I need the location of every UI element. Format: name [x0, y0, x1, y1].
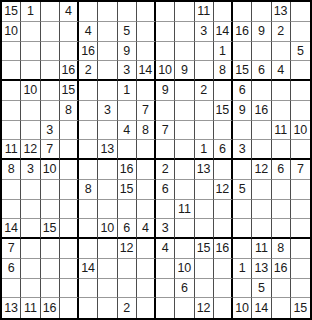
- empty-cell-r2c2[interactable]: [21, 22, 40, 42]
- given-cell-r13c9: 4: [156, 239, 175, 259]
- empty-cell-r16c9[interactable]: [156, 298, 175, 318]
- sudoku-board: 1514111310453141692169151623141098156410…: [0, 0, 312, 320]
- empty-cell-r11c7[interactable]: [118, 200, 137, 220]
- empty-cell-r15c3[interactable]: [41, 279, 60, 299]
- given-cell-r7c3: 3: [41, 121, 60, 141]
- empty-cell-r12c4[interactable]: [60, 219, 79, 239]
- empty-cell-r2c10[interactable]: [175, 22, 194, 42]
- empty-cell-r15c5[interactable]: [79, 279, 98, 299]
- empty-cell-r13c16[interactable]: [291, 239, 310, 259]
- given-cell-r7c9: 7: [156, 121, 175, 141]
- empty-cell-r3c9[interactable]: [156, 42, 175, 62]
- empty-cell-r2c9[interactable]: [156, 22, 175, 42]
- given-cell-r4c10: 9: [175, 61, 194, 81]
- given-cell-r7c15: 11: [272, 121, 291, 141]
- given-cell-r2c12: 14: [214, 22, 233, 42]
- empty-cell-r16c4[interactable]: [60, 298, 79, 318]
- empty-cell-r12c11[interactable]: [195, 219, 214, 239]
- empty-cell-r13c4[interactable]: [60, 239, 79, 259]
- empty-cell-r13c6[interactable]: [98, 239, 117, 259]
- given-cell-r12c9: 3: [156, 219, 175, 239]
- empty-cell-r1c8[interactable]: [137, 2, 156, 22]
- empty-cell-r6c10[interactable]: [175, 101, 194, 121]
- given-cell-r6c8: 7: [137, 101, 156, 121]
- given-cell-r6c12: 15: [214, 101, 233, 121]
- empty-cell-r10c3[interactable]: [41, 180, 60, 200]
- empty-cell-r7c10[interactable]: [175, 121, 194, 141]
- empty-cell-r5c5[interactable]: [79, 81, 98, 101]
- given-cell-r13c15: 8: [272, 239, 291, 259]
- empty-cell-r7c6[interactable]: [98, 121, 117, 141]
- empty-cell-r7c2[interactable]: [21, 121, 40, 141]
- empty-cell-r5c16[interactable]: [291, 81, 310, 101]
- empty-cell-r4c3[interactable]: [41, 61, 60, 81]
- empty-cell-r16c8[interactable]: [137, 298, 156, 318]
- given-cell-r12c3: 15: [41, 219, 60, 239]
- given-cell-r10c12: 12: [214, 180, 233, 200]
- given-cell-r15c10: 6: [175, 279, 194, 299]
- given-cell-r10c5: 8: [79, 180, 98, 200]
- empty-cell-r3c14[interactable]: [252, 42, 271, 62]
- given-cell-r14c13: 1: [233, 259, 252, 279]
- given-cell-r5c13: 6: [233, 81, 252, 101]
- empty-cell-r14c11[interactable]: [195, 259, 214, 279]
- given-cell-r7c8: 8: [137, 121, 156, 141]
- given-cell-r8c13: 3: [233, 140, 252, 160]
- empty-cell-r15c9[interactable]: [156, 279, 175, 299]
- given-cell-r3c5: 16: [79, 42, 98, 62]
- empty-cell-r3c11[interactable]: [195, 42, 214, 62]
- empty-cell-r15c13[interactable]: [233, 279, 252, 299]
- empty-cell-r7c13[interactable]: [233, 121, 252, 141]
- empty-cell-r4c11[interactable]: [195, 61, 214, 81]
- empty-cell-r9c10[interactable]: [175, 160, 194, 180]
- given-cell-r4c8: 14: [137, 61, 156, 81]
- empty-cell-r8c16[interactable]: [291, 140, 310, 160]
- given-cell-r14c1: 6: [2, 259, 21, 279]
- empty-cell-r16c6[interactable]: [98, 298, 117, 318]
- given-cell-r15c14: 5: [252, 279, 271, 299]
- empty-cell-r15c15[interactable]: [272, 279, 291, 299]
- empty-cell-r5c1[interactable]: [2, 81, 21, 101]
- empty-cell-r11c4[interactable]: [60, 200, 79, 220]
- empty-cell-r2c6[interactable]: [98, 22, 117, 42]
- empty-cell-r11c15[interactable]: [272, 200, 291, 220]
- given-cell-r9c3: 10: [41, 160, 60, 180]
- given-cell-r9c9: 2: [156, 160, 175, 180]
- empty-cell-r4c6[interactable]: [98, 61, 117, 81]
- empty-cell-r1c5[interactable]: [79, 2, 98, 22]
- empty-cell-r14c12[interactable]: [214, 259, 233, 279]
- given-cell-r13c1: 7: [2, 239, 21, 259]
- empty-cell-r3c13[interactable]: [233, 42, 252, 62]
- empty-cell-r10c8[interactable]: [137, 180, 156, 200]
- given-cell-r5c2: 10: [21, 81, 40, 101]
- given-cell-r16c16: 15: [291, 298, 310, 318]
- empty-cell-r8c8[interactable]: [137, 140, 156, 160]
- empty-cell-r10c4[interactable]: [60, 180, 79, 200]
- empty-cell-r1c13[interactable]: [233, 2, 252, 22]
- empty-cell-r15c1[interactable]: [2, 279, 21, 299]
- empty-cell-r12c15[interactable]: [272, 219, 291, 239]
- empty-cell-r1c9[interactable]: [156, 2, 175, 22]
- empty-cell-r10c1[interactable]: [2, 180, 21, 200]
- empty-cell-r15c12[interactable]: [214, 279, 233, 299]
- empty-cell-r8c9[interactable]: [156, 140, 175, 160]
- empty-cell-r6c11[interactable]: [195, 101, 214, 121]
- empty-cell-r8c15[interactable]: [272, 140, 291, 160]
- empty-cell-r11c2[interactable]: [21, 200, 40, 220]
- empty-cell-r2c4[interactable]: [60, 22, 79, 42]
- given-cell-r2c14: 9: [252, 22, 271, 42]
- empty-cell-r14c9[interactable]: [156, 259, 175, 279]
- given-cell-r2c1: 10: [2, 22, 21, 42]
- empty-cell-r6c3[interactable]: [41, 101, 60, 121]
- given-cell-r7c7: 4: [118, 121, 137, 141]
- empty-cell-r2c16[interactable]: [291, 22, 310, 42]
- given-cell-r1c4: 4: [60, 2, 79, 22]
- empty-cell-r13c2[interactable]: [21, 239, 40, 259]
- empty-cell-r13c10[interactable]: [175, 239, 194, 259]
- empty-cell-r7c1[interactable]: [2, 121, 21, 141]
- empty-cell-r3c3[interactable]: [41, 42, 60, 62]
- empty-cell-r10c11[interactable]: [195, 180, 214, 200]
- empty-cell-r16c15[interactable]: [272, 298, 291, 318]
- empty-cell-r7c12[interactable]: [214, 121, 233, 141]
- empty-cell-r10c2[interactable]: [21, 180, 40, 200]
- given-cell-r16c3: 16: [41, 298, 60, 318]
- given-cell-r16c14: 14: [252, 298, 271, 318]
- given-cell-r10c13: 5: [233, 180, 252, 200]
- empty-cell-r12c5[interactable]: [79, 219, 98, 239]
- given-cell-r2c7: 5: [118, 22, 137, 42]
- given-cell-r9c16: 7: [291, 160, 310, 180]
- given-cell-r8c2: 12: [21, 140, 40, 160]
- empty-cell-r14c3[interactable]: [41, 259, 60, 279]
- empty-cell-r11c14[interactable]: [252, 200, 271, 220]
- given-cell-r1c1: 15: [2, 2, 21, 22]
- empty-cell-r14c16[interactable]: [291, 259, 310, 279]
- empty-cell-r4c1[interactable]: [2, 61, 21, 81]
- empty-cell-r8c14[interactable]: [252, 140, 271, 160]
- empty-cell-r12c2[interactable]: [21, 219, 40, 239]
- empty-cell-r8c4[interactable]: [60, 140, 79, 160]
- given-cell-r6c14: 16: [252, 101, 271, 121]
- empty-cell-r1c7[interactable]: [118, 2, 137, 22]
- given-cell-r10c9: 6: [156, 180, 175, 200]
- given-cell-r5c11: 2: [195, 81, 214, 101]
- given-cell-r11c10: 11: [175, 200, 194, 220]
- given-cell-r9c11: 13: [195, 160, 214, 180]
- empty-cell-r6c1[interactable]: [2, 101, 21, 121]
- empty-cell-r13c8[interactable]: [137, 239, 156, 259]
- empty-cell-r3c10[interactable]: [175, 42, 194, 62]
- given-cell-r3c7: 9: [118, 42, 137, 62]
- empty-cell-r15c2[interactable]: [21, 279, 40, 299]
- given-cell-r4c13: 15: [233, 61, 252, 81]
- given-cell-r1c15: 13: [272, 2, 291, 22]
- empty-cell-r6c2[interactable]: [21, 101, 40, 121]
- empty-cell-r12c13[interactable]: [233, 219, 252, 239]
- given-cell-r8c6: 13: [98, 140, 117, 160]
- empty-cell-r11c16[interactable]: [291, 200, 310, 220]
- empty-cell-r5c14[interactable]: [252, 81, 271, 101]
- empty-cell-r1c16[interactable]: [291, 2, 310, 22]
- given-cell-r4c5: 2: [79, 61, 98, 81]
- given-cell-r14c15: 16: [272, 259, 291, 279]
- given-cell-r6c6: 3: [98, 101, 117, 121]
- empty-cell-r6c7[interactable]: [118, 101, 137, 121]
- empty-cell-r1c10[interactable]: [175, 2, 194, 22]
- empty-cell-r3c1[interactable]: [2, 42, 21, 62]
- given-cell-r9c7: 16: [118, 160, 137, 180]
- empty-cell-r14c7[interactable]: [118, 259, 137, 279]
- empty-cell-r1c12[interactable]: [214, 2, 233, 22]
- given-cell-r16c13: 10: [233, 298, 252, 318]
- empty-cell-r15c8[interactable]: [137, 279, 156, 299]
- given-cell-r5c9: 9: [156, 81, 175, 101]
- given-cell-r12c1: 14: [2, 219, 21, 239]
- given-cell-r10c7: 15: [118, 180, 137, 200]
- given-cell-r16c2: 11: [21, 298, 40, 318]
- empty-cell-r8c5[interactable]: [79, 140, 98, 160]
- empty-cell-r3c8[interactable]: [137, 42, 156, 62]
- given-cell-r4c9: 10: [156, 61, 175, 81]
- empty-cell-r3c15[interactable]: [272, 42, 291, 62]
- given-cell-r14c5: 14: [79, 259, 98, 279]
- given-cell-r8c12: 6: [214, 140, 233, 160]
- empty-cell-r13c5[interactable]: [79, 239, 98, 259]
- empty-cell-r7c4[interactable]: [60, 121, 79, 141]
- given-cell-r1c11: 11: [195, 2, 214, 22]
- empty-cell-r11c13[interactable]: [233, 200, 252, 220]
- empty-cell-r6c16[interactable]: [291, 101, 310, 121]
- empty-cell-r14c6[interactable]: [98, 259, 117, 279]
- given-cell-r4c15: 4: [272, 61, 291, 81]
- empty-cell-r11c6[interactable]: [98, 200, 117, 220]
- empty-cell-r15c4[interactable]: [60, 279, 79, 299]
- empty-cell-r5c15[interactable]: [272, 81, 291, 101]
- empty-cell-r9c4[interactable]: [60, 160, 79, 180]
- empty-cell-r1c14[interactable]: [252, 2, 271, 22]
- empty-cell-r3c4[interactable]: [60, 42, 79, 62]
- given-cell-r6c4: 8: [60, 101, 79, 121]
- empty-cell-r4c2[interactable]: [21, 61, 40, 81]
- empty-cell-r11c9[interactable]: [156, 200, 175, 220]
- empty-cell-r6c15[interactable]: [272, 101, 291, 121]
- empty-cell-r12c12[interactable]: [214, 219, 233, 239]
- given-cell-r13c14: 11: [252, 239, 271, 259]
- given-cell-r6c13: 9: [233, 101, 252, 121]
- empty-cell-r12c14[interactable]: [252, 219, 271, 239]
- given-cell-r13c12: 16: [214, 239, 233, 259]
- empty-cell-r9c5[interactable]: [79, 160, 98, 180]
- given-cell-r9c14: 12: [252, 160, 271, 180]
- empty-cell-r11c11[interactable]: [195, 200, 214, 220]
- empty-cell-r8c7[interactable]: [118, 140, 137, 160]
- empty-cell-r14c4[interactable]: [60, 259, 79, 279]
- empty-cell-r11c12[interactable]: [214, 200, 233, 220]
- given-cell-r12c7: 6: [118, 219, 137, 239]
- empty-cell-r5c3[interactable]: [41, 81, 60, 101]
- empty-cell-r7c11[interactable]: [195, 121, 214, 141]
- empty-cell-r5c8[interactable]: [137, 81, 156, 101]
- empty-cell-r12c16[interactable]: [291, 219, 310, 239]
- empty-cell-r11c1[interactable]: [2, 200, 21, 220]
- given-cell-r8c11: 1: [195, 140, 214, 160]
- given-cell-r2c15: 2: [272, 22, 291, 42]
- given-cell-r14c10: 10: [175, 259, 194, 279]
- given-cell-r14c14: 13: [252, 259, 271, 279]
- empty-cell-r1c6[interactable]: [98, 2, 117, 22]
- given-cell-r16c1: 13: [2, 298, 21, 318]
- empty-cell-r16c10[interactable]: [175, 298, 194, 318]
- given-cell-r4c7: 3: [118, 61, 137, 81]
- given-cell-r2c13: 16: [233, 22, 252, 42]
- given-cell-r4c14: 6: [252, 61, 271, 81]
- empty-cell-r10c10[interactable]: [175, 180, 194, 200]
- empty-cell-r10c6[interactable]: [98, 180, 117, 200]
- empty-cell-r10c15[interactable]: [272, 180, 291, 200]
- given-cell-r5c4: 15: [60, 81, 79, 101]
- given-cell-r3c16: 5: [291, 42, 310, 62]
- empty-cell-r15c7[interactable]: [118, 279, 137, 299]
- empty-cell-r2c3[interactable]: [41, 22, 60, 42]
- empty-cell-r11c5[interactable]: [79, 200, 98, 220]
- empty-cell-r14c8[interactable]: [137, 259, 156, 279]
- empty-cell-r7c5[interactable]: [79, 121, 98, 141]
- empty-cell-r5c6[interactable]: [98, 81, 117, 101]
- given-cell-r9c15: 6: [272, 160, 291, 180]
- given-cell-r12c6: 10: [98, 219, 117, 239]
- empty-cell-r10c14[interactable]: [252, 180, 271, 200]
- empty-cell-r9c13[interactable]: [233, 160, 252, 180]
- given-cell-r2c11: 3: [195, 22, 214, 42]
- empty-cell-r10c16[interactable]: [291, 180, 310, 200]
- empty-cell-r2c8[interactable]: [137, 22, 156, 42]
- given-cell-r5c7: 1: [118, 81, 137, 101]
- empty-cell-r6c5[interactable]: [79, 101, 98, 121]
- given-cell-r7c16: 10: [291, 121, 310, 141]
- empty-cell-r3c2[interactable]: [21, 42, 40, 62]
- empty-cell-r15c6[interactable]: [98, 279, 117, 299]
- empty-cell-r3c6[interactable]: [98, 42, 117, 62]
- given-cell-r1c2: 1: [21, 2, 40, 22]
- given-cell-r8c3: 7: [41, 140, 60, 160]
- given-cell-r4c12: 8: [214, 61, 233, 81]
- given-cell-r8c1: 11: [2, 140, 21, 160]
- empty-cell-r9c8[interactable]: [137, 160, 156, 180]
- empty-cell-r8c10[interactable]: [175, 140, 194, 160]
- empty-cell-r16c12[interactable]: [214, 298, 233, 318]
- given-cell-r16c11: 12: [195, 298, 214, 318]
- given-cell-r9c1: 8: [2, 160, 21, 180]
- given-cell-r3c12: 1: [214, 42, 233, 62]
- given-cell-r16c7: 2: [118, 298, 137, 318]
- empty-cell-r5c12[interactable]: [214, 81, 233, 101]
- empty-cell-r15c16[interactable]: [291, 279, 310, 299]
- empty-cell-r16c5[interactable]: [79, 298, 98, 318]
- empty-cell-r7c14[interactable]: [252, 121, 271, 141]
- empty-cell-r1c3[interactable]: [41, 2, 60, 22]
- empty-cell-r13c13[interactable]: [233, 239, 252, 259]
- empty-cell-r14c2[interactable]: [21, 259, 40, 279]
- given-cell-r12c8: 4: [137, 219, 156, 239]
- empty-cell-r11c8[interactable]: [137, 200, 156, 220]
- empty-cell-r6c9[interactable]: [156, 101, 175, 121]
- given-cell-r13c7: 12: [118, 239, 137, 259]
- given-cell-r2c5: 4: [79, 22, 98, 42]
- empty-cell-r9c12[interactable]: [214, 160, 233, 180]
- empty-cell-r13c3[interactable]: [41, 239, 60, 259]
- given-cell-r9c2: 3: [21, 160, 40, 180]
- empty-cell-r5c10[interactable]: [175, 81, 194, 101]
- empty-cell-r11c3[interactable]: [41, 200, 60, 220]
- given-cell-r13c11: 15: [195, 239, 214, 259]
- empty-cell-r9c6[interactable]: [98, 160, 117, 180]
- given-cell-r4c4: 16: [60, 61, 79, 81]
- empty-cell-r4c16[interactable]: [291, 61, 310, 81]
- empty-cell-r12c10[interactable]: [175, 219, 194, 239]
- empty-cell-r15c11[interactable]: [195, 279, 214, 299]
